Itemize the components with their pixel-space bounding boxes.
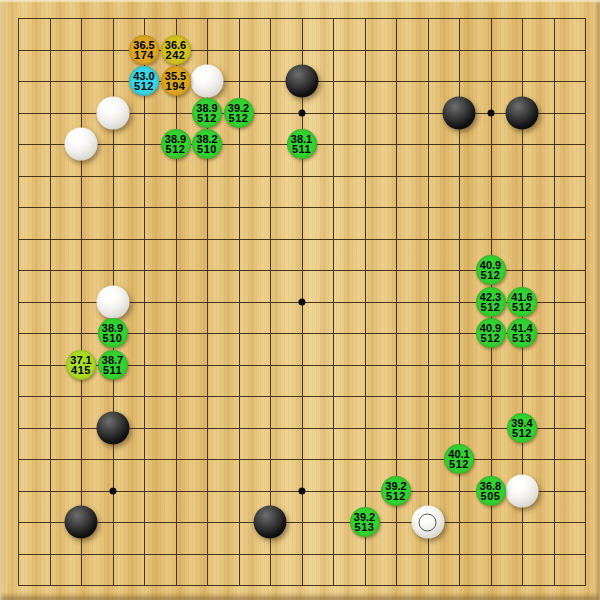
move-suggestion-R10[interactable]: 41.6512	[507, 287, 537, 317]
move-suggestion-F18[interactable]: 36.6242	[161, 35, 191, 65]
move-suggestion-Q10[interactable]: 42.3512	[476, 287, 506, 317]
star-point-K10	[298, 298, 305, 305]
go-board[interactable]: 36.517436.624243.051235.519438.951239.25…	[0, 0, 600, 600]
grid-line-vertical	[554, 18, 555, 586]
suggestion-visits: 512	[481, 270, 501, 280]
move-suggestion-Q11[interactable]: 40.9512	[476, 255, 506, 285]
black-stone-K17	[285, 65, 318, 98]
move-suggestion-M3[interactable]: 39.2513	[350, 507, 380, 537]
suggestion-visits: 512	[166, 144, 186, 154]
grid-line-horizontal	[18, 522, 586, 523]
move-suggestion-R6[interactable]: 39.4512	[507, 413, 537, 443]
black-stone-D6	[96, 411, 129, 444]
grid-line-horizontal	[18, 396, 586, 397]
move-suggestion-C8[interactable]: 37.1415	[66, 350, 96, 380]
move-suggestion-Q4[interactable]: 36.8505	[476, 476, 506, 506]
suggestion-visits: 512	[197, 113, 217, 123]
white-stone-D10	[96, 285, 129, 318]
suggestion-visits: 510	[197, 144, 217, 154]
suggestion-visits: 512	[481, 302, 501, 312]
move-suggestion-R9[interactable]: 41.4513	[507, 318, 537, 348]
suggestion-visits: 242	[166, 50, 186, 60]
suggestion-visits: 511	[292, 144, 311, 154]
suggestion-visits: 510	[103, 333, 123, 343]
suggestion-visits: 512	[481, 333, 501, 343]
move-suggestion-D8[interactable]: 38.7511	[98, 350, 128, 380]
move-suggestion-H16[interactable]: 39.2512	[224, 98, 254, 128]
grid-line-vertical	[428, 18, 429, 586]
star-point-Q16	[487, 109, 494, 116]
white-stone-C15	[65, 128, 98, 161]
move-suggestion-P5[interactable]: 40.1512	[444, 444, 474, 474]
grid-line-horizontal	[18, 554, 586, 555]
white-stone-D16	[96, 96, 129, 129]
black-stone-R16	[506, 96, 539, 129]
suggestion-visits: 512	[512, 302, 532, 312]
suggestion-visits: 512	[449, 459, 469, 469]
star-point-K4	[298, 487, 305, 494]
suggestion-visits: 512	[386, 491, 406, 501]
grid-line-horizontal	[18, 459, 586, 460]
move-suggestion-F15[interactable]: 38.9512	[161, 129, 191, 159]
white-stone-R4	[506, 474, 539, 507]
grid-line-vertical	[585, 18, 586, 586]
star-point-K16	[298, 109, 305, 116]
suggestion-visits: 194	[166, 81, 186, 91]
suggestion-visits: 415	[71, 365, 91, 375]
suggestion-visits: 505	[481, 491, 501, 501]
grid-line-vertical	[365, 18, 366, 586]
grid-line-vertical	[333, 18, 334, 586]
black-stone-C3	[65, 506, 98, 539]
move-suggestion-D9[interactable]: 38.9510	[98, 318, 128, 348]
move-suggestion-Q9[interactable]: 40.9512	[476, 318, 506, 348]
move-suggestion-F17[interactable]: 35.5194	[161, 66, 191, 96]
suggestion-visits: 513	[512, 333, 532, 343]
star-point-D4	[109, 487, 116, 494]
move-suggestion-K15[interactable]: 38.1511	[287, 129, 317, 159]
suggestion-visits: 512	[134, 81, 154, 91]
grid-line-horizontal	[18, 585, 586, 586]
suggestion-visits: 512	[229, 113, 249, 123]
move-suggestion-E18[interactable]: 36.5174	[129, 35, 159, 65]
move-suggestion-G16[interactable]: 38.9512	[192, 98, 222, 128]
suggestion-visits: 513	[355, 522, 375, 532]
suggestion-visits: 512	[512, 428, 532, 438]
move-suggestion-N4[interactable]: 39.2512	[381, 476, 411, 506]
black-stone-J3	[254, 506, 287, 539]
white-stone-O3	[411, 506, 444, 539]
move-suggestion-E17[interactable]: 43.0512	[129, 66, 159, 96]
move-suggestion-G15[interactable]: 38.2510	[192, 129, 222, 159]
last-move-marker	[419, 513, 437, 531]
suggestion-visits: 174	[134, 50, 154, 60]
black-stone-P16	[443, 96, 476, 129]
suggestion-visits: 511	[103, 365, 122, 375]
white-stone-G17	[191, 65, 224, 98]
